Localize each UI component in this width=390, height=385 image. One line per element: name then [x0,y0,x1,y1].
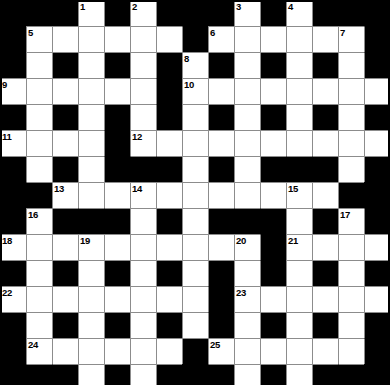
clue-number-13: 13 [54,183,64,194]
black-cell-3-6 [156,78,182,104]
clue-number-12: 12 [132,131,142,142]
white-cell-4-3[interactable] [78,104,104,130]
black-cell-14-7 [182,364,208,385]
white-cell-5-11[interactable] [286,130,312,156]
white-cell-5-9[interactable] [234,130,260,156]
white-cell-7-12[interactable] [312,182,338,208]
white-cell-6-3[interactable] [78,156,104,182]
black-cell-0-14 [364,0,390,26]
white-cell-13-1[interactable]: 24 [26,338,52,364]
white-cell-11-11[interactable] [286,286,312,312]
black-cell-14-12 [312,364,338,385]
black-cell-2-10 [260,52,286,78]
white-cell-3-11[interactable] [286,78,312,104]
clue-number-20: 20 [236,235,246,246]
white-cell-4-5[interactable] [130,104,156,130]
white-cell-7-10[interactable] [260,182,286,208]
black-cell-0-0 [0,0,26,26]
white-cell-13-8[interactable]: 25 [208,338,234,364]
black-cell-12-12 [312,312,338,338]
white-cell-3-8[interactable] [208,78,234,104]
white-cell-11-5[interactable] [130,286,156,312]
black-cell-8-8 [208,208,234,234]
clue-number-7: 7 [340,27,345,38]
black-cell-6-5 [130,156,156,182]
white-cell-3-7[interactable]: 10 [182,78,208,104]
white-cell-1-12[interactable] [312,26,338,52]
white-cell-7-7[interactable] [182,182,208,208]
white-cell-11-7[interactable] [182,286,208,312]
white-cell-3-0[interactable]: 9 [0,78,26,104]
black-cell-7-1 [26,182,52,208]
black-cell-13-0 [0,338,26,364]
white-cell-5-5[interactable]: 12 [130,130,156,156]
white-cell-1-5[interactable] [130,26,156,52]
white-cell-11-2[interactable] [52,286,78,312]
white-cell-12-5[interactable] [130,312,156,338]
black-cell-10-2 [52,260,78,286]
black-cell-0-7 [182,0,208,26]
white-cell-0-3[interactable]: 1 [78,0,104,26]
white-cell-9-14[interactable] [364,234,390,260]
white-cell-2-13[interactable] [338,52,364,78]
clue-number-4: 4 [288,1,293,12]
black-cell-10-8 [208,260,234,286]
white-cell-2-3[interactable] [78,52,104,78]
white-cell-5-1[interactable] [26,130,52,156]
black-cell-8-0 [0,208,26,234]
white-cell-3-1[interactable] [26,78,52,104]
white-cell-8-5[interactable] [130,208,156,234]
black-cell-0-8 [208,0,234,26]
white-cell-12-11[interactable] [286,312,312,338]
black-cell-6-12 [312,156,338,182]
white-cell-11-1[interactable] [26,286,52,312]
white-cell-13-3[interactable] [78,338,104,364]
white-cell-4-13[interactable] [338,104,364,130]
white-cell-1-13[interactable]: 7 [338,26,364,52]
white-cell-7-8[interactable] [208,182,234,208]
black-cell-8-12 [312,208,338,234]
black-cell-6-2 [52,156,78,182]
white-cell-11-6[interactable] [156,286,182,312]
clue-number-6: 6 [210,27,215,38]
white-cell-13-6[interactable] [156,338,182,364]
black-cell-12-6 [156,312,182,338]
white-cell-11-4[interactable] [104,286,130,312]
black-cell-13-7 [182,338,208,364]
black-cell-14-0 [0,364,26,385]
white-cell-0-9[interactable]: 3 [234,0,260,26]
clue-number-1: 1 [80,1,85,12]
white-cell-14-3[interactable] [78,364,104,385]
white-cell-10-11[interactable] [286,260,312,286]
white-cell-11-9[interactable]: 23 [234,286,260,312]
black-cell-14-13 [338,364,364,385]
black-cell-0-6 [156,0,182,26]
white-cell-3-13[interactable] [338,78,364,104]
black-cell-7-14 [364,182,390,208]
white-cell-7-11[interactable]: 15 [286,182,312,208]
clue-number-8: 8 [184,53,189,64]
white-cell-7-3[interactable] [78,182,104,208]
black-cell-4-10 [260,104,286,130]
black-cell-2-6 [156,52,182,78]
white-cell-9-8[interactable] [208,234,234,260]
white-cell-3-5[interactable] [130,78,156,104]
white-cell-13-2[interactable] [52,338,78,364]
white-cell-10-13[interactable] [338,260,364,286]
crossword-board: 1234567891011121314151617181920212223242… [0,0,390,385]
black-cell-5-4 [104,130,130,156]
black-cell-6-6 [156,156,182,182]
clue-number-23: 23 [236,287,246,298]
white-cell-14-9[interactable] [234,364,260,385]
white-cell-1-3[interactable] [78,26,104,52]
black-cell-12-14 [364,312,390,338]
white-cell-1-2[interactable] [52,26,78,52]
white-cell-9-9[interactable]: 20 [234,234,260,260]
black-cell-4-12 [312,104,338,130]
white-cell-5-0[interactable]: 11 [0,130,26,156]
white-cell-5-13[interactable] [338,130,364,156]
black-cell-6-10 [260,156,286,182]
black-cell-13-14 [364,338,390,364]
black-cell-0-10 [260,0,286,26]
clue-number-25: 25 [210,339,220,350]
white-cell-0-11[interactable]: 4 [286,0,312,26]
black-cell-2-4 [104,52,130,78]
black-cell-8-9 [234,208,260,234]
white-cell-5-2[interactable] [52,130,78,156]
white-cell-1-10[interactable] [260,26,286,52]
clue-number-3: 3 [236,1,241,12]
clue-number-10: 10 [184,79,194,90]
white-cell-5-12[interactable] [312,130,338,156]
black-cell-0-2 [52,0,78,26]
white-cell-9-12[interactable] [312,234,338,260]
white-cell-5-7[interactable] [182,130,208,156]
white-cell-6-9[interactable] [234,156,260,182]
white-cell-4-9[interactable] [234,104,260,130]
black-cell-10-6 [156,260,182,286]
black-cell-4-6 [156,104,182,130]
white-cell-5-8[interactable] [208,130,234,156]
white-cell-13-13[interactable] [338,338,364,364]
white-cell-3-9[interactable] [234,78,260,104]
white-cell-9-13[interactable] [338,234,364,260]
black-cell-10-10 [260,260,286,286]
clue-number-14: 14 [132,183,142,194]
black-cell-14-1 [26,364,52,385]
white-cell-13-4[interactable] [104,338,130,364]
crossword-grid: 1234567891011121314151617181920212223242… [0,0,390,385]
white-cell-11-3[interactable] [78,286,104,312]
white-cell-9-2[interactable] [52,234,78,260]
white-cell-3-4[interactable] [104,78,130,104]
white-cell-10-1[interactable] [26,260,52,286]
white-cell-13-9[interactable] [234,338,260,364]
black-cell-7-13 [338,182,364,208]
white-cell-13-10[interactable] [260,338,286,364]
black-cell-2-8 [208,52,234,78]
black-cell-8-14 [364,208,390,234]
white-cell-6-7[interactable] [182,156,208,182]
black-cell-12-10 [260,312,286,338]
clue-number-24: 24 [28,339,38,350]
black-cell-2-12 [312,52,338,78]
black-cell-4-14 [364,104,390,130]
white-cell-9-11[interactable]: 21 [286,234,312,260]
black-cell-2-2 [52,52,78,78]
black-cell-14-14 [364,364,390,385]
black-cell-14-4 [104,364,130,385]
white-cell-7-2[interactable]: 13 [52,182,78,208]
white-cell-8-11[interactable] [286,208,312,234]
black-cell-7-0 [0,182,26,208]
black-cell-10-0 [0,260,26,286]
white-cell-14-11[interactable] [286,364,312,385]
white-cell-7-6[interactable] [156,182,182,208]
black-cell-1-0 [0,26,26,52]
white-cell-5-3[interactable] [78,130,104,156]
white-cell-12-13[interactable] [338,312,364,338]
black-cell-6-11 [286,156,312,182]
white-cell-12-9[interactable] [234,312,260,338]
black-cell-6-0 [0,156,26,182]
white-cell-2-1[interactable] [26,52,52,78]
white-cell-4-7[interactable] [182,104,208,130]
white-cell-9-7[interactable] [182,234,208,260]
clue-number-11: 11 [2,131,11,142]
white-cell-9-1[interactable] [26,234,52,260]
white-cell-10-3[interactable] [78,260,104,286]
black-cell-6-8 [208,156,234,182]
white-cell-1-11[interactable] [286,26,312,52]
white-cell-1-4[interactable] [104,26,130,52]
black-cell-12-4 [104,312,130,338]
white-cell-5-6[interactable] [156,130,182,156]
black-cell-10-12 [312,260,338,286]
white-cell-9-4[interactable] [104,234,130,260]
white-cell-1-1[interactable]: 5 [26,26,52,52]
black-cell-10-14 [364,260,390,286]
white-cell-5-14[interactable] [364,130,390,156]
white-cell-8-7[interactable] [182,208,208,234]
clue-number-9: 9 [2,79,7,90]
black-cell-8-4 [104,208,130,234]
black-cell-12-0 [0,312,26,338]
white-cell-13-12[interactable] [312,338,338,364]
white-cell-5-10[interactable] [260,130,286,156]
white-cell-6-13[interactable] [338,156,364,182]
black-cell-4-8 [208,104,234,130]
white-cell-4-1[interactable] [26,104,52,130]
white-cell-13-11[interactable] [286,338,312,364]
black-cell-12-2 [52,312,78,338]
white-cell-12-1[interactable] [26,312,52,338]
clue-number-17: 17 [340,209,350,220]
black-cell-14-2 [52,364,78,385]
white-cell-2-5[interactable] [130,52,156,78]
white-cell-8-1[interactable]: 16 [26,208,52,234]
black-cell-4-2 [52,104,78,130]
white-cell-0-5[interactable]: 2 [130,0,156,26]
black-cell-14-8 [208,364,234,385]
white-cell-7-5[interactable]: 14 [130,182,156,208]
white-cell-2-11[interactable] [286,52,312,78]
white-cell-8-13[interactable]: 17 [338,208,364,234]
black-cell-8-6 [156,208,182,234]
clue-number-22: 22 [2,287,12,298]
black-cell-2-14 [364,52,390,78]
black-cell-14-10 [260,364,286,385]
black-cell-1-14 [364,26,390,52]
white-cell-9-5[interactable] [130,234,156,260]
white-cell-1-8[interactable]: 6 [208,26,234,52]
black-cell-0-1 [26,0,52,26]
white-cell-7-9[interactable] [234,182,260,208]
white-cell-4-11[interactable] [286,104,312,130]
black-cell-2-0 [0,52,26,78]
white-cell-12-3[interactable] [78,312,104,338]
black-cell-0-12 [312,0,338,26]
black-cell-1-7 [182,26,208,52]
white-cell-13-5[interactable] [130,338,156,364]
black-cell-8-2 [52,208,78,234]
white-cell-6-1[interactable] [26,156,52,182]
white-cell-11-10[interactable] [260,286,286,312]
white-cell-11-0[interactable]: 22 [0,286,26,312]
clue-number-2: 2 [132,1,137,12]
black-cell-10-4 [104,260,130,286]
white-cell-10-5[interactable] [130,260,156,286]
white-cell-3-12[interactable] [312,78,338,104]
clue-number-21: 21 [288,235,298,246]
clue-number-19: 19 [80,235,90,246]
white-cell-10-7[interactable] [182,260,208,286]
white-cell-10-9[interactable] [234,260,260,286]
white-cell-3-10[interactable] [260,78,286,104]
white-cell-9-6[interactable] [156,234,182,260]
clue-number-15: 15 [288,183,298,194]
black-cell-8-10 [260,208,286,234]
white-cell-2-7[interactable]: 8 [182,52,208,78]
black-cell-8-3 [78,208,104,234]
white-cell-2-9[interactable] [234,52,260,78]
black-cell-9-10 [260,234,286,260]
white-cell-1-6[interactable] [156,26,182,52]
clue-number-5: 5 [28,27,33,38]
white-cell-1-9[interactable] [234,26,260,52]
black-cell-12-8 [208,312,234,338]
black-cell-0-13 [338,0,364,26]
black-cell-4-0 [0,104,26,130]
clue-number-18: 18 [2,235,12,246]
white-cell-3-2[interactable] [52,78,78,104]
black-cell-11-8 [208,286,234,312]
white-cell-7-4[interactable] [104,182,130,208]
black-cell-6-14 [364,156,390,182]
black-cell-6-4 [104,156,130,182]
white-cell-11-13[interactable] [338,286,364,312]
white-cell-14-5[interactable] [130,364,156,385]
white-cell-3-14[interactable] [364,78,390,104]
white-cell-3-3[interactable] [78,78,104,104]
white-cell-11-12[interactable] [312,286,338,312]
black-cell-0-4 [104,0,130,26]
black-cell-14-6 [156,364,182,385]
clue-number-16: 16 [28,209,38,220]
white-cell-11-14[interactable] [364,286,390,312]
white-cell-12-7[interactable] [182,312,208,338]
white-cell-9-3[interactable]: 19 [78,234,104,260]
white-cell-9-0[interactable]: 18 [0,234,26,260]
black-cell-4-4 [104,104,130,130]
